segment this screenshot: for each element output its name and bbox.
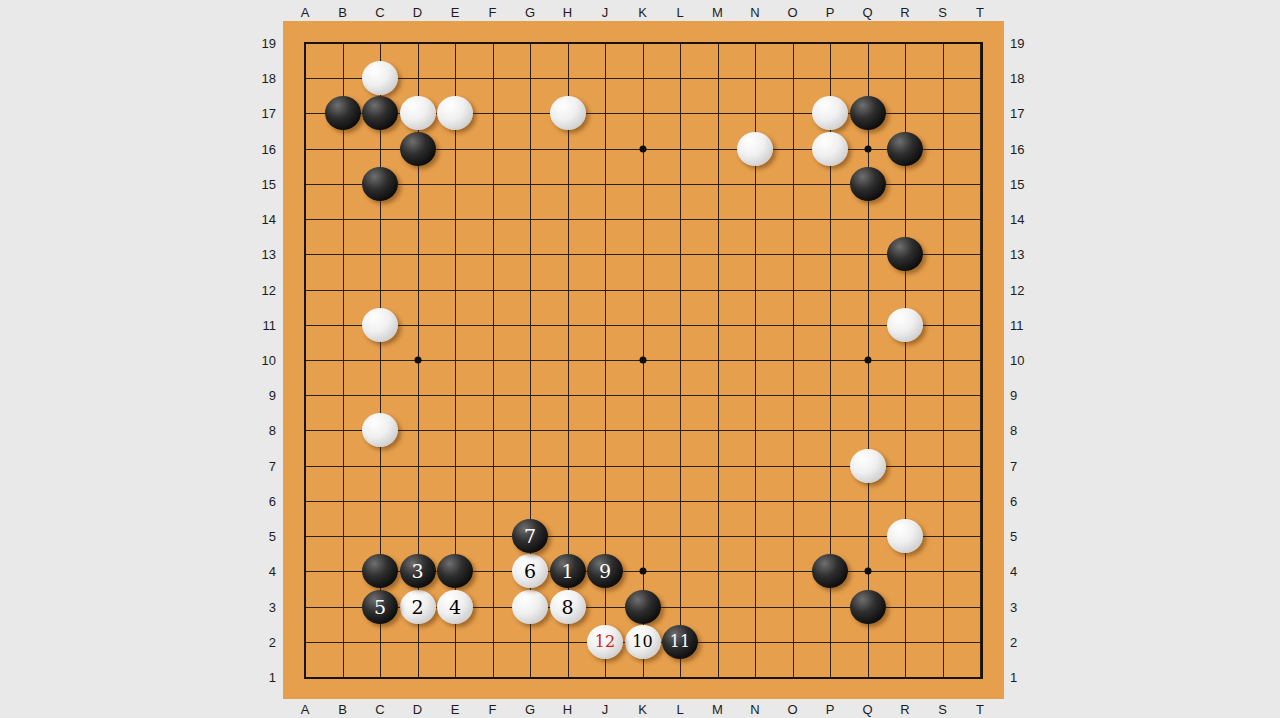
row-label-left: 9 [246,388,276,403]
column-label-bottom: B [338,702,347,717]
column-label-bottom: M [712,702,723,717]
row-label-left: 1 [246,669,276,684]
column-label-top: K [638,5,647,20]
row-label-left: 10 [246,352,276,367]
star-point [864,145,871,152]
row-label-right: 12 [1010,282,1040,297]
column-label-bottom: O [787,702,797,717]
stone-C17[interactable] [362,96,398,130]
stone-R13[interactable] [887,237,923,271]
row-label-right: 14 [1010,212,1040,227]
stone-E4[interactable] [437,554,473,588]
row-label-left: 5 [246,529,276,544]
stone-C11[interactable] [362,308,398,342]
column-label-bottom: P [826,702,835,717]
star-point [864,356,871,363]
column-label-top: T [976,5,984,20]
move-number: 5 [374,590,386,624]
move-number: 9 [599,554,611,588]
column-label-top: P [826,5,835,20]
row-label-left: 8 [246,423,276,438]
row-label-right: 1 [1010,669,1040,684]
move-number: 10 [632,625,652,659]
stone-Q3[interactable] [850,590,886,624]
column-label-top: H [563,5,572,20]
stone-H4[interactable]: 1 [550,554,586,588]
stone-D16[interactable] [400,132,436,166]
column-label-bottom: T [976,702,984,717]
column-label-top: B [338,5,347,20]
stone-B17[interactable] [325,96,361,130]
column-label-bottom: Q [862,702,872,717]
column-label-top: M [712,5,723,20]
row-label-right: 15 [1010,176,1040,191]
move-number: 12 [595,625,615,659]
star-point [639,568,646,575]
row-label-right: 10 [1010,352,1040,367]
column-label-bottom: S [938,702,947,717]
star-point [864,568,871,575]
stone-C4[interactable] [362,554,398,588]
row-label-left: 14 [246,212,276,227]
move-number: 1 [561,554,573,588]
row-label-right: 7 [1010,458,1040,473]
move-number: 6 [524,554,536,588]
stone-J4[interactable]: 9 [587,554,623,588]
move-number: 2 [411,590,423,624]
row-label-right: 8 [1010,423,1040,438]
column-label-top: A [301,5,310,20]
row-label-right: 6 [1010,493,1040,508]
stone-D17[interactable] [400,96,436,130]
row-label-right: 18 [1010,71,1040,86]
stone-N16[interactable] [737,132,773,166]
star-point [414,356,421,363]
column-label-bottom: E [451,702,460,717]
row-label-left: 18 [246,71,276,86]
stone-D3[interactable]: 2 [400,590,436,624]
go-diagram-page: 123456789101112 AABBCCDDEEFFGGHHJJKKLLMM… [0,0,1280,718]
stone-C8[interactable] [362,413,398,447]
stone-R11[interactable] [887,308,923,342]
column-label-top: Q [862,5,872,20]
stone-C15[interactable] [362,167,398,201]
stone-Q15[interactable] [850,167,886,201]
stone-Q7[interactable] [850,449,886,483]
row-label-right: 4 [1010,564,1040,579]
stone-K2[interactable]: 10 [625,625,661,659]
move-number: 4 [449,590,461,624]
row-label-right: 3 [1010,599,1040,614]
stone-C3[interactable]: 5 [362,590,398,624]
stone-J2[interactable]: 12 [587,625,623,659]
row-label-left: 13 [246,247,276,262]
row-label-left: 11 [246,317,276,332]
stone-G5[interactable]: 7 [512,519,548,553]
move-number: 7 [524,519,536,553]
column-label-top: J [602,5,609,20]
stone-K3[interactable] [625,590,661,624]
row-label-right: 11 [1010,317,1040,332]
column-label-top: F [489,5,497,20]
column-label-top: S [938,5,947,20]
column-label-bottom: L [676,702,683,717]
column-label-top: G [525,5,535,20]
column-label-top: R [900,5,909,20]
star-point [639,356,646,363]
stone-E17[interactable] [437,96,473,130]
stone-H3[interactable]: 8 [550,590,586,624]
stone-C18[interactable] [362,61,398,95]
row-label-left: 4 [246,564,276,579]
stone-G4[interactable]: 6 [512,554,548,588]
row-label-left: 19 [246,36,276,51]
row-label-left: 6 [246,493,276,508]
column-label-bottom: N [750,702,759,717]
row-label-left: 3 [246,599,276,614]
star-point [639,145,646,152]
column-label-bottom: C [375,702,384,717]
stone-E3[interactable]: 4 [437,590,473,624]
row-label-left: 15 [246,176,276,191]
row-label-right: 19 [1010,36,1040,51]
stone-R5[interactable] [887,519,923,553]
move-number: 8 [561,590,573,624]
move-number: 3 [411,554,423,588]
row-label-right: 2 [1010,634,1040,649]
column-label-bottom: G [525,702,535,717]
stone-H17[interactable] [550,96,586,130]
move-number: 11 [670,625,690,659]
stone-R16[interactable] [887,132,923,166]
stone-P17[interactable] [812,96,848,130]
stone-P4[interactable] [812,554,848,588]
stone-P16[interactable] [812,132,848,166]
row-label-right: 13 [1010,247,1040,262]
column-label-bottom: K [638,702,647,717]
column-label-top: O [787,5,797,20]
stone-Q17[interactable] [850,96,886,130]
column-label-bottom: D [413,702,422,717]
stone-D4[interactable]: 3 [400,554,436,588]
column-label-bottom: R [900,702,909,717]
column-label-top: E [451,5,460,20]
row-label-left: 7 [246,458,276,473]
stone-G3[interactable] [512,590,548,624]
row-label-left: 2 [246,634,276,649]
row-label-right: 9 [1010,388,1040,403]
column-label-bottom: J [602,702,609,717]
go-board[interactable]: 123456789101112 [283,21,1004,699]
column-label-top: L [676,5,683,20]
row-label-left: 16 [246,141,276,156]
row-label-left: 17 [246,106,276,121]
row-label-right: 17 [1010,106,1040,121]
stone-L2[interactable]: 11 [662,625,698,659]
column-label-bottom: A [301,702,310,717]
column-label-bottom: F [489,702,497,717]
row-label-right: 5 [1010,529,1040,544]
column-label-top: N [750,5,759,20]
column-label-bottom: H [563,702,572,717]
row-label-left: 12 [246,282,276,297]
column-label-top: C [375,5,384,20]
column-label-top: D [413,5,422,20]
row-label-right: 16 [1010,141,1040,156]
